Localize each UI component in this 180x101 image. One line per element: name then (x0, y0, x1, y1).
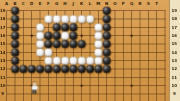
column-label: E (39, 1, 42, 5)
column-label: J (73, 1, 74, 5)
column-label: G (55, 1, 58, 5)
board-grid-line (140, 11, 141, 101)
stone-black-B13 (11, 56, 19, 64)
column-label: D (30, 1, 33, 5)
stone-black-J17 (69, 23, 77, 31)
stone-black-F16 (44, 31, 52, 39)
row-label-left: 16 (0, 34, 5, 38)
column-label: T (155, 1, 158, 5)
row-label-right: 12 (172, 67, 178, 71)
row-label-left: 13 (0, 59, 5, 63)
row-label-right: 9 (173, 92, 176, 96)
stone-white-H18 (61, 15, 69, 23)
board-grid-line (6, 11, 7, 101)
stone-white-K18 (77, 15, 85, 23)
row-label-left: 10 (0, 84, 5, 88)
stone-white-L13 (86, 56, 94, 64)
column-label: O (113, 1, 116, 5)
stone-black-M12 (94, 65, 102, 73)
row-label-left: 9 (1, 92, 4, 96)
column-label: N (105, 1, 108, 5)
go-app-screenshot: ABCDEFGHJKLMNOPQRST191918181717161615151… (0, 0, 180, 101)
stone-white-F13 (44, 56, 52, 64)
row-label-left: 12 (0, 67, 5, 71)
row-label-right: 13 (172, 59, 178, 63)
stone-black-N18 (102, 15, 110, 23)
stone-black-B17 (11, 23, 19, 31)
column-label: Q (130, 1, 133, 5)
row-label-right: 10 (172, 84, 178, 88)
column-label: F (47, 1, 50, 5)
stone-white-F18 (44, 15, 52, 23)
board-grid-line (115, 11, 116, 101)
column-label: R (138, 1, 141, 5)
stone-white-E14 (36, 48, 44, 56)
stone-black-K15 (77, 40, 85, 48)
board-grid-line (156, 11, 157, 101)
stone-black-N16 (102, 31, 110, 39)
stone-black-H12 (61, 65, 69, 73)
stone-black-B18 (11, 15, 19, 23)
stone-black-B12 (11, 65, 19, 73)
stone-black-G16 (52, 31, 60, 39)
board-grid-line (131, 11, 132, 101)
go-board[interactable]: ABCDEFGHJKLMNOPQRST191918181717161615151… (0, 0, 180, 101)
column-label: B (13, 1, 16, 5)
row-label-right: 15 (172, 42, 178, 46)
board-grid-line (123, 11, 124, 101)
board-grid-line (23, 11, 24, 101)
star-point (80, 34, 82, 36)
stone-black-N13 (102, 56, 110, 64)
column-label: S (147, 1, 150, 5)
stone-white-M13 (94, 56, 102, 64)
stone-black-B19 (11, 6, 19, 14)
stone-black-F15 (44, 40, 52, 48)
row-label-left: 11 (0, 75, 5, 79)
stone-black-N19 (102, 6, 110, 14)
row-label-right: 11 (172, 75, 178, 79)
stone-black-H15 (61, 40, 69, 48)
star-point (30, 34, 32, 36)
stone-black-B16 (11, 31, 19, 39)
stone-black-B14 (11, 48, 19, 56)
stone-black-J15 (69, 40, 77, 48)
star-point (80, 84, 82, 86)
stone-black-N15 (102, 40, 110, 48)
stone-white-F14 (44, 48, 52, 56)
column-label: L (89, 1, 92, 5)
stone-black-F12 (44, 65, 52, 73)
stone-black-L12 (86, 65, 94, 73)
stone-black-H17 (61, 23, 69, 31)
stone-white-G13 (52, 56, 60, 64)
stone-white-M15 (94, 40, 102, 48)
stone-white-J13 (69, 56, 77, 64)
row-label-right: 14 (172, 50, 178, 54)
row-label-left: 14 (0, 50, 5, 54)
stone-black-C12 (19, 65, 27, 73)
stone-white-E16 (36, 31, 44, 39)
stone-white-K13 (77, 56, 85, 64)
row-label-left: 19 (0, 9, 5, 13)
stone-black-G15 (52, 40, 60, 48)
stone-black-N12 (102, 65, 110, 73)
stone-black-N17 (102, 23, 110, 31)
stone-white-M17 (94, 23, 102, 31)
row-label-right: 18 (172, 17, 178, 21)
row-label-right: 17 (172, 25, 178, 29)
stone-white-J18 (69, 15, 77, 23)
stone-white-E17 (36, 23, 44, 31)
star-point (130, 34, 132, 36)
stone-white-H16 (61, 31, 69, 39)
column-label: A (5, 1, 8, 5)
column-label: M (96, 1, 100, 5)
column-label: C (22, 1, 25, 5)
stone-black-D12 (27, 65, 35, 73)
row-label-left: 18 (0, 17, 5, 21)
stone-white-L18 (86, 15, 94, 23)
stone-white-M16 (94, 31, 102, 39)
stone-black-B15 (11, 40, 19, 48)
stone-black-K12 (77, 65, 85, 73)
column-label: K (80, 1, 83, 5)
mascot-leg (35, 90, 37, 94)
stone-black-G17 (52, 23, 60, 31)
column-label: P (122, 1, 125, 5)
stone-black-N14 (102, 48, 110, 56)
board-edge-line (165, 11, 166, 101)
stone-white-E15 (36, 40, 44, 48)
column-label: H (63, 1, 66, 5)
row-label-right: 16 (172, 34, 178, 38)
stone-white-M14 (94, 48, 102, 56)
board-grid-line (148, 11, 149, 101)
star-point (130, 84, 132, 86)
row-label-left: 15 (0, 42, 5, 46)
row-label-left: 17 (0, 25, 5, 29)
row-label-right: 19 (172, 9, 178, 13)
stone-black-G12 (52, 65, 60, 73)
stone-black-J16 (69, 31, 77, 39)
stone-black-J12 (69, 65, 77, 73)
stone-white-G18 (52, 15, 60, 23)
mascot-figure (30, 82, 38, 95)
stone-white-H13 (61, 56, 69, 64)
stone-black-E12 (36, 65, 44, 73)
